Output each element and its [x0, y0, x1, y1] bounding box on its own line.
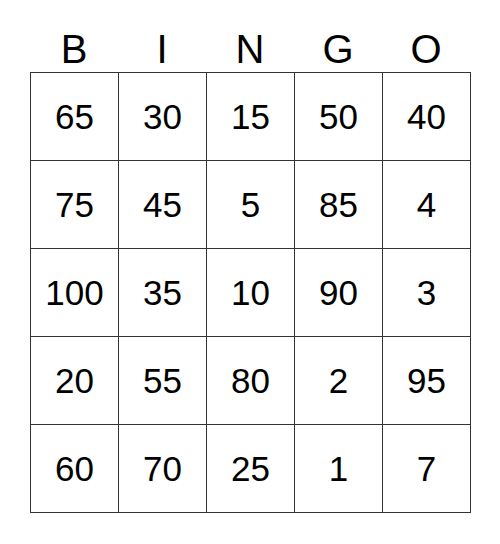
bingo-cell-r4-c5[interactable]: 95	[383, 337, 471, 425]
bingo-grid: 65 30 15 50 40 75 45 5 85 4 100 35 10 90…	[30, 72, 471, 513]
column-letter-b: B	[30, 27, 118, 72]
bingo-cell-r5-c5[interactable]: 7	[383, 425, 471, 513]
bingo-cell-r5-c2[interactable]: 70	[119, 425, 207, 513]
bingo-cell-r1-c5[interactable]: 40	[383, 73, 471, 161]
bingo-cell-r2-c4[interactable]: 85	[295, 161, 383, 249]
bingo-cell-r4-c3[interactable]: 80	[207, 337, 295, 425]
bingo-cell-r2-c1[interactable]: 75	[31, 161, 119, 249]
bingo-card: B I N G O 65 30 15 50 40 75 45 5 85 4 10…	[0, 0, 500, 544]
column-letter-i: I	[118, 27, 206, 72]
bingo-cell-r5-c3[interactable]: 25	[207, 425, 295, 513]
bingo-cell-r1-c4[interactable]: 50	[295, 73, 383, 161]
column-letter-g: G	[294, 27, 382, 72]
bingo-cell-r2-c2[interactable]: 45	[119, 161, 207, 249]
bingo-cell-r4-c2[interactable]: 55	[119, 337, 207, 425]
bingo-cell-r3-c2[interactable]: 35	[119, 249, 207, 337]
bingo-cell-r1-c3[interactable]: 15	[207, 73, 295, 161]
bingo-cell-r2-c3[interactable]: 5	[207, 161, 295, 249]
bingo-cell-r2-c5[interactable]: 4	[383, 161, 471, 249]
bingo-cell-r3-c3[interactable]: 10	[207, 249, 295, 337]
column-letter-n: N	[206, 27, 294, 72]
column-letter-o: O	[382, 27, 470, 72]
bingo-cell-r1-c2[interactable]: 30	[119, 73, 207, 161]
bingo-cell-r3-c4[interactable]: 90	[295, 249, 383, 337]
bingo-cell-r5-c1[interactable]: 60	[31, 425, 119, 513]
bingo-header: B I N G O	[30, 0, 471, 72]
bingo-cell-r1-c1[interactable]: 65	[31, 73, 119, 161]
bingo-cell-r4-c1[interactable]: 20	[31, 337, 119, 425]
bingo-cell-r4-c4[interactable]: 2	[295, 337, 383, 425]
bingo-cell-r3-c1[interactable]: 100	[31, 249, 119, 337]
bingo-cell-r5-c4[interactable]: 1	[295, 425, 383, 513]
bingo-cell-r3-c5[interactable]: 3	[383, 249, 471, 337]
